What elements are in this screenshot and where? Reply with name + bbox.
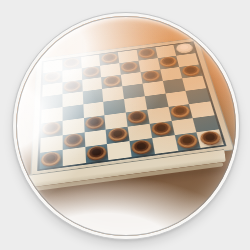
badge-photo	[16, 16, 236, 236]
checker-piece-brown	[63, 58, 79, 70]
board-square	[152, 135, 178, 154]
checker-piece-brown	[42, 121, 61, 136]
checker-piece-brown	[107, 127, 127, 142]
board-square	[85, 144, 109, 163]
checker-piece-brown	[176, 133, 199, 149]
checker-piece-brown	[83, 66, 100, 78]
board-grid	[39, 42, 223, 169]
checker-piece-light	[175, 43, 194, 54]
checker-piece-brown	[64, 133, 83, 148]
checker-piece-brown	[159, 56, 178, 68]
checker-piece-brown	[170, 104, 191, 118]
checker-piece-brown	[121, 61, 139, 73]
checker-piece-brown	[64, 80, 81, 93]
board-square	[197, 129, 224, 147]
checker-piece-brown	[151, 121, 172, 136]
checker-piece-brown	[138, 48, 156, 59]
checker-piece-brown	[131, 139, 153, 155]
board-square	[107, 141, 131, 160]
pin-badge	[12, 12, 240, 240]
board-square	[62, 147, 85, 166]
checker-piece-brown	[142, 70, 161, 82]
checker-piece-brown	[41, 151, 61, 167]
checker-piece-brown	[44, 71, 61, 83]
page-background: { "game": "checkers (draughts)", "scene"…	[0, 0, 250, 250]
checker-piece-brown	[103, 75, 121, 88]
board-square	[130, 138, 155, 157]
checker-piece-brown	[181, 65, 201, 77]
checker-piece-brown	[85, 116, 104, 131]
checker-piece-brown	[127, 110, 147, 124]
checker-piece-brown	[198, 130, 221, 146]
board-square	[39, 150, 62, 169]
checker-piece-brown	[101, 53, 118, 64]
checker-piece-brown	[86, 145, 106, 161]
